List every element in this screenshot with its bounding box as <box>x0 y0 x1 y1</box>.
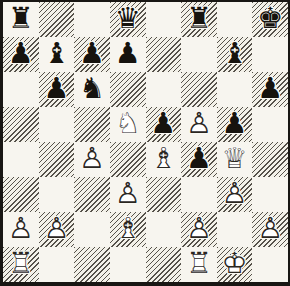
square-g6 <box>217 72 253 107</box>
black-rook: ♜ <box>181 2 217 37</box>
white-queen: ♛♕ <box>217 142 253 177</box>
square-e4: ♝♗ <box>146 142 182 177</box>
square-a6 <box>3 72 39 107</box>
square-h7 <box>252 37 288 72</box>
square-b4 <box>39 142 75 177</box>
black-bishop: ♝ <box>217 37 253 72</box>
square-b2: ♟♙ <box>39 212 75 247</box>
square-d3: ♟♙ <box>110 177 146 212</box>
square-g2 <box>217 212 253 247</box>
square-b8 <box>39 2 75 37</box>
white-bishop: ♝♗ <box>110 212 146 247</box>
square-c5 <box>74 107 110 142</box>
square-f1: ♜♖ <box>181 247 217 282</box>
square-d5: ♞♘ <box>110 107 146 142</box>
square-b3 <box>39 177 75 212</box>
white-pawn: ♟♙ <box>181 212 217 247</box>
black-pawn: ♟ <box>217 107 253 142</box>
square-a2: ♟♙ <box>3 212 39 247</box>
square-g7: ♝ <box>217 37 253 72</box>
square-b6: ♟ <box>39 72 75 107</box>
square-f4: ♟ <box>181 142 217 177</box>
square-g8 <box>217 2 253 37</box>
square-f3 <box>181 177 217 212</box>
square-h5 <box>252 107 288 142</box>
square-e8 <box>146 2 182 37</box>
black-pawn: ♟ <box>39 72 75 107</box>
square-b5 <box>39 107 75 142</box>
square-c1 <box>74 247 110 282</box>
square-f8: ♜ <box>181 2 217 37</box>
chess-board: ♜♛♜♚♟♝♟♟♝♟♞♟♞♘♟♟♙♟♟♙♝♗♟♛♕♟♙♟♙♟♙♟♙♝♗♟♙♟♙♜… <box>0 0 290 286</box>
square-h8: ♚ <box>252 2 288 37</box>
white-rook: ♜♖ <box>181 247 217 282</box>
square-a1: ♜♖ <box>3 247 39 282</box>
black-queen: ♛ <box>110 2 146 37</box>
square-f2: ♟♙ <box>181 212 217 247</box>
black-bishop: ♝ <box>39 37 75 72</box>
black-pawn: ♟ <box>181 142 217 177</box>
square-f6 <box>181 72 217 107</box>
square-f7 <box>181 37 217 72</box>
square-a7: ♟ <box>3 37 39 72</box>
square-g5: ♟ <box>217 107 253 142</box>
black-pawn: ♟ <box>146 107 182 142</box>
square-h4 <box>252 142 288 177</box>
black-pawn: ♟ <box>252 72 288 107</box>
square-g4: ♛♕ <box>217 142 253 177</box>
square-a8: ♜ <box>3 2 39 37</box>
white-rook: ♜♖ <box>3 247 39 282</box>
square-g3: ♟♙ <box>217 177 253 212</box>
square-e2 <box>146 212 182 247</box>
square-d8: ♛ <box>110 2 146 37</box>
white-pawn: ♟♙ <box>3 212 39 247</box>
black-rook: ♜ <box>3 2 39 37</box>
white-bishop: ♝♗ <box>146 142 182 177</box>
square-h1 <box>252 247 288 282</box>
square-a3 <box>3 177 39 212</box>
square-c2 <box>74 212 110 247</box>
square-c3 <box>74 177 110 212</box>
square-c4: ♟♙ <box>74 142 110 177</box>
white-pawn: ♟♙ <box>39 212 75 247</box>
black-pawn: ♟ <box>110 37 146 72</box>
black-pawn: ♟ <box>3 37 39 72</box>
square-d7: ♟ <box>110 37 146 72</box>
square-c8 <box>74 2 110 37</box>
square-a5 <box>3 107 39 142</box>
black-knight: ♞ <box>74 72 110 107</box>
square-e1 <box>146 247 182 282</box>
square-c7: ♟ <box>74 37 110 72</box>
white-pawn: ♟♙ <box>181 107 217 142</box>
square-a4 <box>3 142 39 177</box>
white-pawn: ♟♙ <box>252 212 288 247</box>
white-pawn: ♟♙ <box>110 177 146 212</box>
black-pawn: ♟ <box>74 37 110 72</box>
square-h6: ♟ <box>252 72 288 107</box>
black-king: ♚ <box>252 2 288 37</box>
square-h3 <box>252 177 288 212</box>
white-pawn: ♟♙ <box>74 142 110 177</box>
square-e7 <box>146 37 182 72</box>
square-e6 <box>146 72 182 107</box>
square-b1 <box>39 247 75 282</box>
square-c6: ♞ <box>74 72 110 107</box>
white-knight: ♞♘ <box>110 107 146 142</box>
square-d2: ♝♗ <box>110 212 146 247</box>
white-king: ♚♔ <box>217 247 253 282</box>
square-e5: ♟ <box>146 107 182 142</box>
square-d6 <box>110 72 146 107</box>
square-d4 <box>110 142 146 177</box>
square-d1 <box>110 247 146 282</box>
square-g1: ♚♔ <box>217 247 253 282</box>
square-h2: ♟♙ <box>252 212 288 247</box>
square-b7: ♝ <box>39 37 75 72</box>
square-f5: ♟♙ <box>181 107 217 142</box>
square-e3 <box>146 177 182 212</box>
white-pawn: ♟♙ <box>217 177 253 212</box>
